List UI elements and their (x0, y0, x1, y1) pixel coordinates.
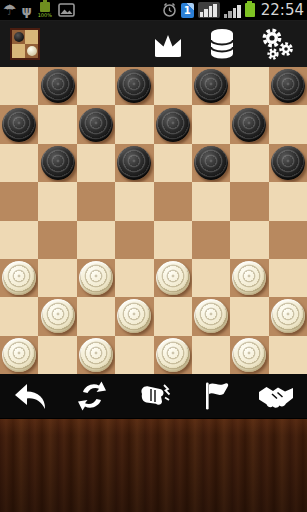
square-g1[interactable] (230, 336, 268, 374)
square-e1[interactable] (154, 336, 192, 374)
screen: ☂ ψ 100% 1 (0, 0, 307, 512)
square-c4[interactable] (77, 221, 115, 259)
black-piece[interactable] (232, 108, 266, 142)
square-b6[interactable] (38, 144, 76, 182)
app-icon-black-piece (14, 32, 24, 42)
white-piece[interactable] (2, 261, 36, 295)
square-d4[interactable] (115, 221, 153, 259)
settings-button[interactable] (259, 27, 295, 61)
square-d7[interactable] (115, 105, 153, 143)
black-piece[interactable] (156, 108, 190, 142)
square-d3[interactable] (115, 259, 153, 297)
square-a8[interactable] (0, 67, 38, 105)
square-f1[interactable] (192, 336, 230, 374)
white-piece[interactable] (41, 299, 75, 333)
app-icon-checkers[interactable] (10, 28, 40, 60)
black-piece[interactable] (41, 69, 75, 103)
black-piece[interactable] (194, 146, 228, 180)
app-icon-white-piece (27, 46, 37, 56)
square-g6[interactable] (230, 144, 268, 182)
square-h4[interactable] (269, 221, 307, 259)
square-c5[interactable] (77, 182, 115, 220)
board (0, 67, 307, 374)
square-f8[interactable] (192, 67, 230, 105)
square-e7[interactable] (154, 105, 192, 143)
square-f6[interactable] (192, 144, 230, 182)
crown-button[interactable] (151, 31, 185, 58)
white-piece[interactable] (156, 338, 190, 372)
umbrella-icon: ☂ (3, 3, 16, 18)
square-g5[interactable] (230, 182, 268, 220)
white-piece[interactable] (271, 299, 305, 333)
toolbar-actions (151, 27, 295, 61)
black-piece[interactable] (271, 69, 305, 103)
square-f5[interactable] (192, 182, 230, 220)
white-piece[interactable] (156, 261, 190, 295)
square-d6[interactable] (115, 144, 153, 182)
square-a5[interactable] (0, 182, 38, 220)
square-b3[interactable] (38, 259, 76, 297)
white-piece[interactable] (79, 261, 113, 295)
square-c6[interactable] (77, 144, 115, 182)
sim1-badge: 1 (181, 3, 194, 18)
square-c7[interactable] (77, 105, 115, 143)
square-h3[interactable] (269, 259, 307, 297)
black-piece[interactable] (194, 69, 228, 103)
white-piece[interactable] (117, 299, 151, 333)
square-f7[interactable] (192, 105, 230, 143)
black-piece[interactable] (117, 146, 151, 180)
white-piece[interactable] (2, 338, 36, 372)
square-a2[interactable] (0, 297, 38, 335)
square-c3[interactable] (77, 259, 115, 297)
crown-icon (151, 31, 185, 58)
punch-button[interactable] (123, 374, 184, 418)
black-piece[interactable] (2, 108, 36, 142)
square-f4[interactable] (192, 221, 230, 259)
square-b5[interactable] (38, 182, 76, 220)
square-a1[interactable] (0, 336, 38, 374)
square-g4[interactable] (230, 221, 268, 259)
square-b8[interactable] (38, 67, 76, 105)
square-b7[interactable] (38, 105, 76, 143)
wood-background (0, 418, 307, 512)
square-a6[interactable] (0, 144, 38, 182)
draw-offer-button[interactable] (246, 374, 307, 418)
resign-button[interactable] (184, 374, 245, 418)
clock: 22:54 (261, 1, 304, 19)
black-piece[interactable] (41, 146, 75, 180)
square-h6[interactable] (269, 144, 307, 182)
square-h2[interactable] (269, 297, 307, 335)
square-c8[interactable] (77, 67, 115, 105)
undo-button[interactable] (0, 374, 61, 418)
white-piece[interactable] (194, 299, 228, 333)
square-e5[interactable] (154, 182, 192, 220)
alarm-clock-icon (162, 2, 177, 18)
square-e8[interactable] (154, 67, 192, 105)
coins-stack-icon (207, 27, 237, 61)
square-c2[interactable] (77, 297, 115, 335)
restart-button[interactable] (61, 374, 122, 418)
square-h8[interactable] (269, 67, 307, 105)
game-action-bar (0, 374, 307, 418)
punch-icon (135, 381, 173, 411)
gallery-icon (58, 3, 75, 17)
black-piece[interactable] (271, 146, 305, 180)
square-b2[interactable] (38, 297, 76, 335)
undo-icon (13, 381, 49, 411)
black-piece[interactable] (117, 69, 151, 103)
restart-icon (76, 380, 108, 412)
battery-percent-label: 100% (38, 13, 52, 18)
square-a3[interactable] (0, 259, 38, 297)
white-piece[interactable] (79, 338, 113, 372)
usb-icon: ψ (21, 4, 31, 17)
black-piece[interactable] (79, 108, 113, 142)
signal-boxed-icon (198, 2, 220, 18)
status-bar-left: ☂ ψ 100% (3, 2, 75, 18)
square-c1[interactable] (77, 336, 115, 374)
battery-icon (245, 3, 255, 17)
settings-gears-icon (259, 27, 295, 61)
square-g8[interactable] (230, 67, 268, 105)
square-e2[interactable] (154, 297, 192, 335)
square-d2[interactable] (115, 297, 153, 335)
square-g3[interactable] (230, 259, 268, 297)
square-g2[interactable] (230, 297, 268, 335)
coins-button[interactable] (207, 27, 237, 61)
square-d1[interactable] (115, 336, 153, 374)
flag-icon (199, 380, 231, 412)
square-f3[interactable] (192, 259, 230, 297)
square-h1[interactable] (269, 336, 307, 374)
square-h7[interactable] (269, 105, 307, 143)
app-toolbar (0, 21, 307, 67)
square-e3[interactable] (154, 259, 192, 297)
status-bar-right: 1 22:54 (162, 1, 304, 19)
square-e6[interactable] (154, 144, 192, 182)
battery-100-icon: 100% (37, 2, 53, 18)
square-a4[interactable] (0, 221, 38, 259)
square-b1[interactable] (38, 336, 76, 374)
square-g7[interactable] (230, 105, 268, 143)
white-piece[interactable] (232, 338, 266, 372)
square-e4[interactable] (154, 221, 192, 259)
square-d8[interactable] (115, 67, 153, 105)
square-a7[interactable] (0, 105, 38, 143)
white-piece[interactable] (232, 261, 266, 295)
status-bar: ☂ ψ 100% 1 (0, 0, 307, 21)
handshake-icon (258, 382, 294, 410)
square-h5[interactable] (269, 182, 307, 220)
signal-icon (224, 3, 241, 18)
sim1-number: 1 (184, 5, 191, 16)
square-b4[interactable] (38, 221, 76, 259)
square-f2[interactable] (192, 297, 230, 335)
square-d5[interactable] (115, 182, 153, 220)
